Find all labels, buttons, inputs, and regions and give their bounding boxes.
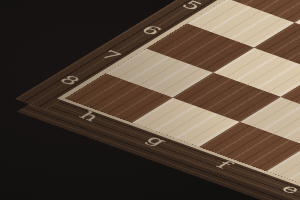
board-playing-field	[65, 0, 300, 200]
photo-background: 12345678hgfedcba	[0, 0, 300, 200]
chessboard: 12345678hgfedcba	[15, 0, 300, 200]
board-layer: 12345678hgfedcba	[0, 0, 300, 200]
